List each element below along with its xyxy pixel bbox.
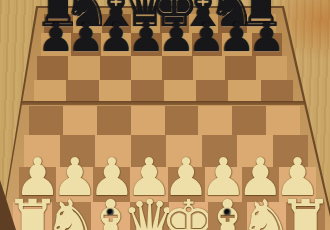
piece-white-rook[interactable]: ♜ bbox=[278, 192, 330, 230]
square-g7[interactable]: ♟ bbox=[222, 33, 252, 56]
square-e4[interactable] bbox=[165, 106, 199, 135]
square-a7[interactable]: ♟ bbox=[41, 33, 71, 56]
rank-1: ♜♞♝♛♚♝♞♜ bbox=[13, 202, 325, 230]
square-c5[interactable] bbox=[99, 80, 131, 102]
square-a5[interactable] bbox=[34, 80, 66, 102]
square-h7[interactable]: ♟ bbox=[252, 33, 282, 56]
square-b5[interactable] bbox=[66, 80, 98, 102]
rank-5 bbox=[34, 80, 293, 102]
square-h5[interactable] bbox=[261, 80, 293, 102]
square-b6[interactable] bbox=[68, 56, 99, 80]
square-g5[interactable] bbox=[228, 80, 260, 102]
square-g6[interactable] bbox=[225, 56, 256, 80]
square-d5[interactable] bbox=[131, 80, 163, 102]
square-e5[interactable] bbox=[164, 80, 196, 102]
rank-6 bbox=[37, 56, 287, 80]
square-h6[interactable] bbox=[256, 56, 287, 80]
square-e7[interactable]: ♟ bbox=[162, 33, 192, 56]
square-f4[interactable] bbox=[198, 106, 232, 135]
square-e6[interactable] bbox=[162, 56, 193, 80]
square-h1[interactable]: ♜ bbox=[286, 202, 325, 230]
square-f6[interactable] bbox=[193, 56, 224, 80]
square-c7[interactable]: ♟ bbox=[101, 33, 131, 56]
square-d7[interactable]: ♟ bbox=[131, 33, 161, 56]
square-a4[interactable] bbox=[29, 106, 63, 135]
square-b7[interactable]: ♟ bbox=[71, 33, 101, 56]
piece-black-pawn[interactable]: ♟ bbox=[249, 17, 285, 57]
square-g4[interactable] bbox=[232, 106, 266, 135]
rank-4 bbox=[29, 106, 300, 135]
square-f5[interactable] bbox=[196, 80, 228, 102]
square-d4[interactable] bbox=[131, 106, 165, 135]
bishop-finial-dot bbox=[225, 209, 231, 215]
square-c6[interactable] bbox=[100, 56, 131, 80]
square-b4[interactable] bbox=[63, 106, 97, 135]
square-c4[interactable] bbox=[97, 106, 131, 135]
square-f7[interactable]: ♟ bbox=[192, 33, 222, 56]
square-d6[interactable] bbox=[131, 56, 162, 80]
square-a6[interactable] bbox=[37, 56, 68, 80]
square-h4[interactable] bbox=[266, 106, 300, 135]
rank-7: ♟♟♟♟♟♟♟♟ bbox=[41, 33, 282, 56]
bishop-finial-dot bbox=[108, 209, 114, 215]
table-surface: ♜♞♝♛♚♝♞♜♟♟♟♟♟♟♟♟♟♟♟♟♟♟♟♟♜♞♝♛♚♝♞♜ bbox=[0, 0, 330, 230]
board-hinge-seam bbox=[22, 101, 304, 105]
